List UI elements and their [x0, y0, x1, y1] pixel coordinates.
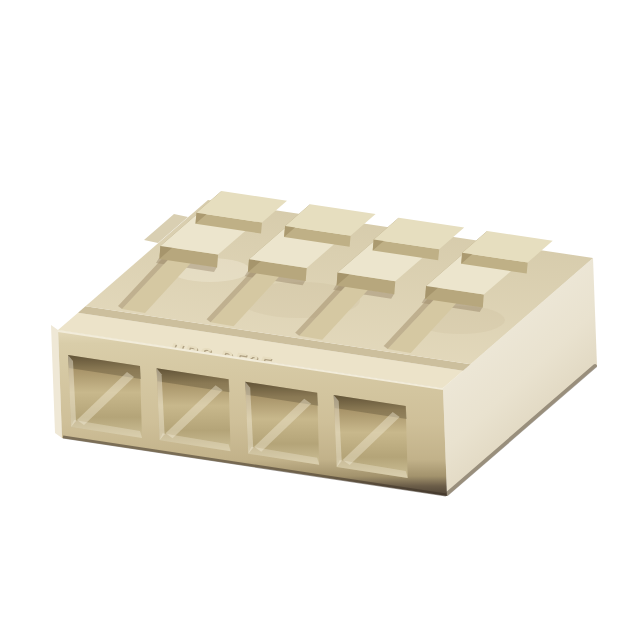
cavity-opening-4 — [334, 395, 408, 478]
cavity-opening-3 — [245, 382, 319, 465]
cavity-opening-2 — [157, 368, 231, 451]
cavity-opening-1 — [68, 355, 142, 438]
photo-canvas: HRS DF3F HRS DF3F — [0, 0, 640, 640]
connector-product-image: HRS DF3F HRS DF3F — [0, 0, 640, 640]
